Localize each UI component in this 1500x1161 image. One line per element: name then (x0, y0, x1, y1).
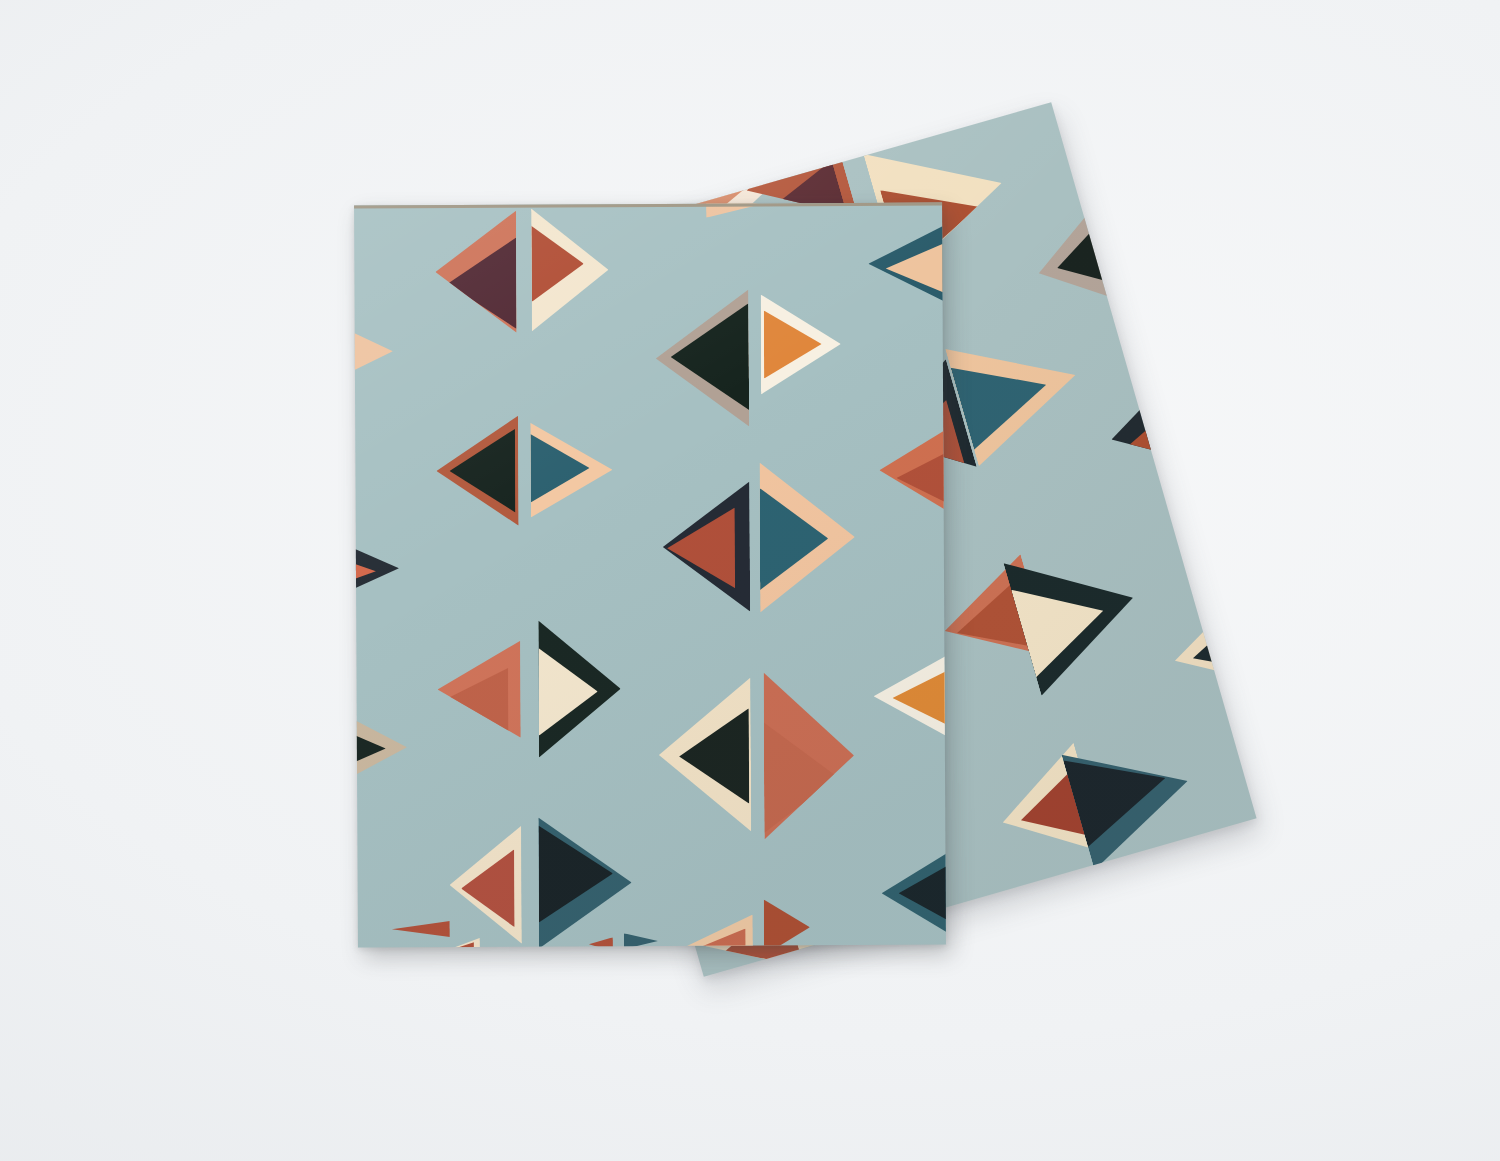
triangle-inner-layer (760, 488, 829, 590)
triangle-piece (449, 826, 522, 944)
triangle-piece (873, 648, 946, 743)
triangle-piece (764, 672, 855, 839)
triangle-piece (392, 921, 450, 937)
triangle-inner-layer (531, 226, 584, 303)
triangle-piece (420, 938, 480, 948)
triangle-inner-layer (670, 303, 749, 410)
triangle-inner-layer (538, 648, 597, 736)
triangle-piece (436, 416, 519, 526)
triangle-piece (764, 899, 810, 947)
triangle-inner-layer (354, 542, 376, 601)
front-sheet (354, 202, 946, 947)
triangle-piece (879, 418, 946, 521)
triangle-inner-layer (764, 722, 838, 833)
triangle-inner-layer (886, 228, 946, 307)
triangle-piece (1003, 532, 1152, 696)
triangle-piece (1097, 362, 1215, 491)
photo-stage: Overhead photo of two sheets of triangle… (0, 0, 1500, 1161)
triangle-piece (531, 208, 609, 331)
triangle-piece (1161, 587, 1257, 710)
triangle-piece (759, 462, 855, 612)
triangle-piece (354, 691, 407, 804)
triangle-inner-layer (538, 825, 613, 922)
triangle-piece (435, 211, 517, 333)
triangle-inner-layer (1119, 396, 1203, 477)
triangle-inner-layer (1045, 202, 1144, 312)
triangle-piece (538, 817, 632, 947)
triangle-inner-layer (461, 849, 515, 927)
triangle-piece (881, 841, 946, 944)
triangle-inner-layer (426, 942, 474, 947)
triangle-inner-layer (1184, 608, 1257, 690)
triangle-inner-layer (679, 708, 749, 804)
triangle-inner-layer (1011, 567, 1116, 677)
triangle-inner-layer (667, 508, 735, 589)
triangle-piece (354, 521, 399, 616)
triangle-piece (354, 301, 393, 402)
triangle-piece (761, 294, 842, 394)
triangle-piece (589, 937, 613, 947)
triangle-inner-layer (354, 712, 386, 786)
triangle-piece (530, 422, 612, 517)
triangle-piece (1021, 183, 1150, 336)
triangle-piece (868, 205, 946, 322)
triangle-piece (656, 289, 750, 426)
triangle-inner-layer (449, 429, 515, 513)
triangle-piece (1061, 723, 1204, 870)
triangle-inner-layer (892, 665, 946, 730)
triangle-inner-layer (694, 929, 746, 948)
triangle-inner-layer (530, 434, 589, 503)
triangle-inner-layer (764, 310, 822, 378)
triangle-piece (538, 620, 621, 757)
scene-caption: Overhead photo of two sheets of triangle… (8, 1145, 976, 1157)
triangle-piece (624, 933, 658, 948)
triangle-piece (437, 641, 521, 738)
front-sheet-pattern (354, 202, 946, 947)
triangle-piece (663, 481, 751, 611)
triangle-inner-layer (898, 857, 945, 929)
triangle-piece (659, 677, 752, 831)
triangle-inner-layer (437, 668, 508, 738)
triangle-piece (679, 914, 753, 947)
triangle-inner-layer (896, 444, 946, 511)
triangle-inner-layer (447, 238, 516, 330)
